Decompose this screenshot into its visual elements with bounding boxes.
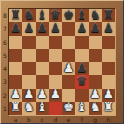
piece-white-rook[interactable]: ♜ <box>103 102 114 114</box>
piece-black-bishop[interactable]: ♝ <box>76 9 87 21</box>
square-d7[interactable]: ♟ <box>49 22 62 35</box>
square-g5[interactable] <box>89 49 102 62</box>
chess-board: ♜♞♝♛♚♝♞♜♟♟♟♟♟♟♟♟♟♛♟♟♟♟♟♟♜♞♝♚♝♞♜ <box>9 9 115 115</box>
square-e3[interactable] <box>62 75 75 88</box>
square-f6[interactable] <box>75 36 88 49</box>
square-e2[interactable] <box>62 89 75 102</box>
square-b3[interactable] <box>22 75 35 88</box>
square-g6[interactable] <box>89 36 102 49</box>
piece-black-knight[interactable]: ♞ <box>90 9 101 21</box>
square-a1[interactable]: ♜ <box>9 102 22 115</box>
square-g2[interactable]: ♟ <box>89 89 102 102</box>
square-a6[interactable] <box>9 36 22 49</box>
piece-black-bishop[interactable]: ♝ <box>37 9 48 21</box>
piece-black-pawn[interactable]: ♟ <box>37 22 48 34</box>
square-a5[interactable] <box>9 49 22 62</box>
square-b4[interactable] <box>22 62 35 75</box>
square-c5[interactable] <box>36 49 49 62</box>
piece-black-pawn[interactable]: ♟ <box>23 22 34 34</box>
piece-black-pawn[interactable]: ♟ <box>103 22 114 34</box>
piece-black-knight[interactable]: ♞ <box>23 9 34 21</box>
file-label-a: a <box>9 115 22 124</box>
square-a2[interactable]: ♟ <box>9 89 22 102</box>
rank-labels: 87654321 <box>1 9 9 115</box>
square-a8[interactable]: ♜ <box>9 9 22 22</box>
square-d2[interactable]: ♟ <box>49 89 62 102</box>
piece-white-king[interactable]: ♚ <box>63 102 74 114</box>
square-b2[interactable]: ♟ <box>22 89 35 102</box>
square-c6[interactable] <box>36 36 49 49</box>
piece-white-rook[interactable]: ♜ <box>10 102 21 114</box>
square-c2[interactable]: ♟ <box>36 89 49 102</box>
square-f8[interactable]: ♝ <box>75 9 88 22</box>
piece-black-rook[interactable]: ♜ <box>10 9 21 21</box>
square-g3[interactable] <box>89 75 102 88</box>
rank-label-1: 1 <box>1 102 9 115</box>
square-f5[interactable] <box>75 49 88 62</box>
rank-label-3: 3 <box>1 75 9 88</box>
square-h4[interactable] <box>102 62 115 75</box>
square-e4[interactable]: ♟ <box>62 62 75 75</box>
piece-black-pawn[interactable]: ♟ <box>76 62 87 74</box>
piece-white-pawn[interactable]: ♟ <box>50 89 61 101</box>
square-d4[interactable] <box>49 62 62 75</box>
square-d6[interactable] <box>49 36 62 49</box>
square-a4[interactable] <box>9 62 22 75</box>
file-label-c: c <box>36 115 49 124</box>
square-a3[interactable] <box>9 75 22 88</box>
piece-black-pawn[interactable]: ♟ <box>76 22 87 34</box>
file-label-h: h <box>102 115 115 124</box>
piece-white-pawn[interactable]: ♟ <box>90 89 101 101</box>
file-label-b: b <box>22 115 35 124</box>
rank-label-5: 5 <box>1 49 9 62</box>
square-h6[interactable] <box>102 36 115 49</box>
square-c1[interactable]: ♝ <box>36 102 49 115</box>
piece-black-rook[interactable]: ♜ <box>103 9 114 21</box>
piece-white-pawn[interactable]: ♟ <box>103 89 114 101</box>
square-d8[interactable]: ♛ <box>49 9 62 22</box>
square-f3[interactable]: ♛ <box>75 75 88 88</box>
square-g4[interactable] <box>89 62 102 75</box>
square-e5[interactable] <box>62 49 75 62</box>
square-f1[interactable]: ♝ <box>75 102 88 115</box>
piece-white-bishop[interactable]: ♝ <box>76 102 87 114</box>
piece-white-bishop[interactable]: ♝ <box>37 102 48 114</box>
piece-white-knight[interactable]: ♞ <box>90 102 101 114</box>
piece-black-king[interactable]: ♚ <box>63 9 74 21</box>
piece-black-pawn[interactable]: ♟ <box>10 22 21 34</box>
square-b6[interactable] <box>22 36 35 49</box>
piece-white-queen[interactable]: ♛ <box>76 75 87 87</box>
square-d5[interactable] <box>49 49 62 62</box>
piece-white-pawn[interactable]: ♟ <box>23 89 34 101</box>
file-labels: abcdefgh <box>9 115 115 124</box>
rank-label-7: 7 <box>1 22 9 35</box>
rank-label-6: 6 <box>1 36 9 49</box>
square-h3[interactable] <box>102 75 115 88</box>
rank-label-8: 8 <box>1 9 9 22</box>
square-c8[interactable]: ♝ <box>36 9 49 22</box>
piece-black-pawn[interactable]: ♟ <box>50 22 61 34</box>
square-b1[interactable]: ♞ <box>22 102 35 115</box>
piece-black-pawn[interactable]: ♟ <box>90 22 101 34</box>
square-c3[interactable] <box>36 75 49 88</box>
file-label-e: e <box>62 115 75 124</box>
square-c7[interactable]: ♟ <box>36 22 49 35</box>
square-a7[interactable]: ♟ <box>9 22 22 35</box>
square-h2[interactable]: ♟ <box>102 89 115 102</box>
square-e6[interactable] <box>62 36 75 49</box>
square-f7[interactable]: ♟ <box>75 22 88 35</box>
square-f2[interactable] <box>75 89 88 102</box>
square-b7[interactable]: ♟ <box>22 22 35 35</box>
square-h8[interactable]: ♜ <box>102 9 115 22</box>
file-label-d: d <box>49 115 62 124</box>
square-b8[interactable]: ♞ <box>22 9 35 22</box>
square-d1[interactable] <box>49 102 62 115</box>
square-d3[interactable] <box>49 75 62 88</box>
file-label-f: f <box>75 115 88 124</box>
piece-black-queen[interactable]: ♛ <box>50 9 61 21</box>
square-b5[interactable] <box>22 49 35 62</box>
rank-label-2: 2 <box>1 89 9 102</box>
piece-white-pawn[interactable]: ♟ <box>37 89 48 101</box>
square-h5[interactable] <box>102 49 115 62</box>
file-label-g: g <box>89 115 102 124</box>
square-g8[interactable]: ♞ <box>89 9 102 22</box>
piece-white-pawn[interactable]: ♟ <box>10 89 21 101</box>
square-g1[interactable]: ♞ <box>89 102 102 115</box>
square-h1[interactable]: ♜ <box>102 102 115 115</box>
square-h7[interactable]: ♟ <box>102 22 115 35</box>
square-c4[interactable] <box>36 62 49 75</box>
square-e7[interactable] <box>62 22 75 35</box>
rank-label-4: 4 <box>1 62 9 75</box>
square-g7[interactable]: ♟ <box>89 22 102 35</box>
piece-white-knight[interactable]: ♞ <box>23 102 34 114</box>
piece-white-pawn[interactable]: ♟ <box>63 62 74 74</box>
square-f4[interactable]: ♟ <box>75 62 88 75</box>
chess-applet-window: 87654321 abcdefgh ♜♞♝♛♚♝♞♜♟♟♟♟♟♟♟♟♟♛♟♟♟♟… <box>0 0 124 124</box>
square-e8[interactable]: ♚ <box>62 9 75 22</box>
square-e1[interactable]: ♚ <box>62 102 75 115</box>
